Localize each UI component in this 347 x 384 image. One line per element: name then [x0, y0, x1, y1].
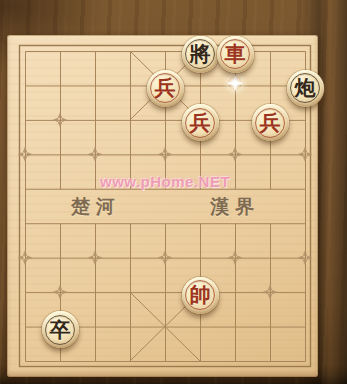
piece-ring — [185, 108, 215, 138]
piece-glyph: 車 — [217, 36, 254, 73]
piece-black-soldier[interactable]: 卒 — [42, 311, 79, 348]
piece-glyph: 將 — [182, 36, 219, 73]
piece-red-soldier-3[interactable]: 兵 — [252, 104, 289, 141]
piece-black-cannon[interactable]: 炮 — [287, 70, 324, 107]
piece-glyph: 炮 — [287, 70, 324, 107]
piece-glyph: 兵 — [182, 104, 219, 141]
last-move-indicator — [228, 76, 242, 90]
piece-ring — [220, 39, 250, 69]
piece-ring — [255, 108, 285, 138]
piece-ring — [185, 39, 215, 69]
xiangqi-app-screen: 楚河 漢界 將車兵炮兵兵帥卒 www.pHome.NET — [0, 0, 347, 384]
piece-red-soldier-2[interactable]: 兵 — [182, 104, 219, 141]
piece-black-general[interactable]: 將 — [182, 36, 219, 73]
pieces-layer: 將車兵炮兵兵帥卒 — [0, 0, 347, 384]
piece-red-general[interactable]: 帥 — [182, 277, 219, 314]
piece-ring — [150, 73, 180, 103]
piece-glyph: 帥 — [182, 277, 219, 314]
piece-ring — [290, 73, 320, 103]
piece-red-soldier-1[interactable]: 兵 — [147, 70, 184, 107]
piece-glyph: 卒 — [42, 311, 79, 348]
piece-glyph: 兵 — [252, 104, 289, 141]
piece-red-chariot[interactable]: 車 — [217, 36, 254, 73]
watermark: www.pHome.NET — [100, 173, 230, 190]
piece-ring — [185, 280, 215, 310]
piece-glyph: 兵 — [147, 70, 184, 107]
piece-ring — [45, 315, 75, 345]
